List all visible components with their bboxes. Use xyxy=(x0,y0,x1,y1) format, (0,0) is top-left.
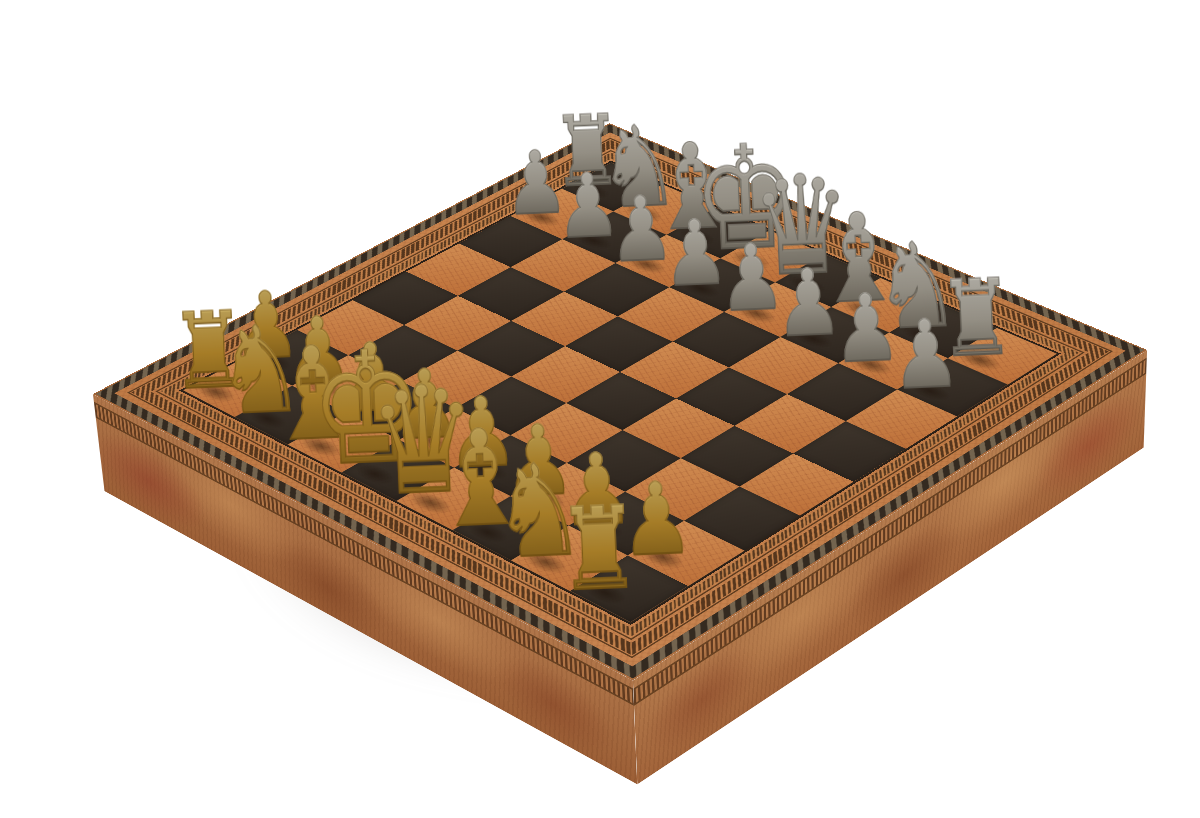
square-e6 xyxy=(618,287,725,342)
piece-shadow xyxy=(722,297,790,331)
piece-black-pawn-g7: ♟ xyxy=(532,160,645,252)
piece-shadow xyxy=(718,244,785,276)
square-g7: ♟ xyxy=(563,212,666,263)
piece-shadow xyxy=(664,221,730,252)
square-f8: ♝ xyxy=(666,207,769,258)
square-h8: ♜ xyxy=(562,162,663,211)
piece-shadow xyxy=(667,272,734,305)
camera-tilt-wrapper: ♜♞♝♚♛♝♞♜♟♟♟♟♟♟♟♟♟♟♟♟♟♟♟♟♜♞♝♚♛♝♞♜ xyxy=(0,0,1200,818)
square-e7: ♟ xyxy=(669,258,775,311)
square-h7: ♟ xyxy=(511,189,613,239)
piece-black-pawn-h7: ♟ xyxy=(480,138,592,229)
square-f7: ♟ xyxy=(615,235,720,287)
piece-black-knight-g8: ♞ xyxy=(582,109,695,225)
square-e8: ♚ xyxy=(720,230,825,282)
square-f5 xyxy=(511,291,618,346)
piece-white-rook-a1: ♜ xyxy=(534,490,664,609)
piece-shadow xyxy=(611,198,676,229)
piece-black-pawn-d7: ♟ xyxy=(694,231,811,326)
piece-black-pawn-f7: ♟ xyxy=(585,183,699,276)
square-f6 xyxy=(564,263,670,316)
square-g5 xyxy=(458,267,564,321)
piece-shadow xyxy=(613,248,679,280)
piece-black-pawn-e7: ♟ xyxy=(639,207,754,301)
square-g8: ♞ xyxy=(613,185,715,235)
piece-black-king-e8: ♚ xyxy=(687,125,803,272)
studio-background: ♜♞♝♚♛♝♞♜♟♟♟♟♟♟♟♟♟♟♟♟♟♟♟♟♜♞♝♚♛♝♞♜ xyxy=(0,0,1200,818)
square-h5 xyxy=(406,243,511,295)
square-e5 xyxy=(565,316,673,372)
piece-black-rook-h8: ♜ xyxy=(531,100,642,201)
square-d6 xyxy=(673,312,781,368)
piece-shadow xyxy=(509,202,574,233)
chess-box: ♜♞♝♚♛♝♞♜♟♟♟♟♟♟♟♟♟♟♟♟♟♟♟♟♜♞♝♚♛♝♞♜ xyxy=(93,123,1147,680)
piece-black-bishop-f8: ♝ xyxy=(635,126,749,249)
piece-black-pawn-a7: ♟ xyxy=(866,306,987,404)
piece-shadow xyxy=(560,175,624,205)
square-h6 xyxy=(459,216,562,267)
square-g6 xyxy=(511,239,616,291)
piece-shadow xyxy=(561,225,627,257)
